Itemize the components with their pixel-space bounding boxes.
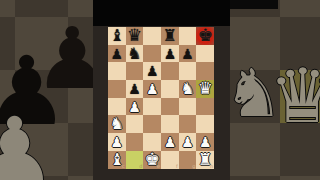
black-pawn-d5[interactable]: ♟ [128, 82, 141, 96]
letterbox-bar [93, 0, 230, 26]
square-h4[interactable] [196, 98, 214, 116]
white-pawn-c2[interactable]: ♟ [111, 135, 124, 149]
square-e7[interactable] [143, 45, 161, 63]
square-g6[interactable] [179, 62, 197, 80]
bg-square [15, 17, 68, 70]
square-c4[interactable] [108, 98, 126, 116]
square-c8[interactable]: ♝ [108, 27, 126, 45]
square-f2[interactable]: ♟ [161, 133, 179, 151]
video-frame: ♟♟♟♞♛ ♝♛♜♚♟♞♟♟♟♟♟♞♛♟♞♟♟♟♟♝cd♚efg♜h [0, 0, 320, 180]
bg-highlight-square [280, 70, 320, 123]
square-g8[interactable] [179, 27, 197, 45]
square-f5[interactable] [161, 80, 179, 98]
square-h7[interactable] [196, 45, 214, 63]
bg-square [0, 70, 15, 123]
bg-square [227, 70, 280, 123]
square-d4[interactable]: ♟ [126, 98, 144, 116]
square-h2[interactable]: ♟ [196, 133, 214, 151]
bg-square [0, 17, 15, 70]
black-king-h8[interactable]: ♚ [198, 27, 213, 44]
square-g1[interactable]: g [179, 151, 197, 169]
bg-square [15, 0, 68, 17]
video-strip: ♝♛♜♚♟♞♟♟♟♟♟♞♛♟♞♟♟♟♟♝cd♚efg♜h [93, 0, 230, 180]
black-pawn-e6[interactable]: ♟ [146, 64, 159, 78]
bg-square [0, 0, 15, 17]
square-d8[interactable]: ♛ [126, 27, 144, 45]
white-pawn-d4[interactable]: ♟ [128, 100, 141, 114]
square-c5[interactable] [108, 80, 126, 98]
square-e2[interactable] [143, 133, 161, 151]
bg-square [0, 176, 15, 180]
black-pawn-g7[interactable]: ♟ [181, 47, 194, 61]
square-g7[interactable]: ♟ [179, 45, 197, 63]
white-pawn-g2[interactable]: ♟ [181, 135, 194, 149]
square-h8[interactable]: ♚ [196, 27, 214, 45]
file-label-e: e [157, 163, 160, 169]
square-e4[interactable] [143, 98, 161, 116]
file-label-c: c [122, 163, 125, 169]
bg-square [227, 176, 280, 180]
square-h1[interactable]: ♜h [196, 151, 214, 169]
square-g2[interactable]: ♟ [179, 133, 197, 151]
square-c2[interactable]: ♟ [108, 133, 126, 151]
square-g4[interactable] [179, 98, 197, 116]
chess-board[interactable]: ♝♛♜♚♟♞♟♟♟♟♟♞♛♟♞♟♟♟♟♝cd♚efg♜h [108, 27, 214, 169]
bg-square [15, 123, 68, 176]
square-e5[interactable]: ♟ [143, 80, 161, 98]
square-c1[interactable]: ♝c [108, 151, 126, 169]
square-f8[interactable]: ♜ [161, 27, 179, 45]
white-knight-c3[interactable]: ♞ [110, 116, 124, 132]
white-pawn-e5[interactable]: ♟ [146, 82, 159, 96]
white-pawn-h2[interactable]: ♟ [199, 135, 212, 149]
file-label-d: d [139, 163, 142, 169]
bg-square [15, 176, 68, 180]
bg-square [227, 123, 280, 176]
square-e6[interactable]: ♟ [143, 62, 161, 80]
black-rook-f8[interactable]: ♜ [163, 28, 177, 44]
square-e8[interactable] [143, 27, 161, 45]
square-g3[interactable] [179, 115, 197, 133]
square-c6[interactable] [108, 62, 126, 80]
black-queen-d8[interactable]: ♛ [127, 27, 142, 44]
square-f7[interactable]: ♟ [161, 45, 179, 63]
square-d3[interactable] [126, 115, 144, 133]
square-g5[interactable]: ♞ [179, 80, 197, 98]
square-c3[interactable]: ♞ [108, 115, 126, 133]
file-label-g: g [192, 163, 195, 169]
square-d6[interactable] [126, 62, 144, 80]
square-f4[interactable] [161, 98, 179, 116]
white-queen-h5[interactable]: ♛ [198, 80, 213, 97]
black-pawn-f7[interactable]: ♟ [164, 47, 177, 61]
bg-square [15, 70, 68, 123]
black-bishop-c8[interactable]: ♝ [110, 28, 124, 44]
bg-square [227, 17, 280, 70]
bg-square [280, 0, 320, 17]
square-f3[interactable] [161, 115, 179, 133]
square-f6[interactable] [161, 62, 179, 80]
square-f1[interactable]: f [161, 151, 179, 169]
square-d1[interactable]: d [126, 151, 144, 169]
file-label-h: h [210, 163, 213, 169]
square-c7[interactable]: ♟ [108, 45, 126, 63]
black-pawn-c7[interactable]: ♟ [111, 47, 124, 61]
square-e1[interactable]: ♚e [143, 151, 161, 169]
square-d7[interactable]: ♞ [126, 45, 144, 63]
bg-letterbox-fragment [230, 0, 278, 9]
square-h6[interactable] [196, 62, 214, 80]
white-pawn-f2[interactable]: ♟ [164, 135, 177, 149]
square-d5[interactable]: ♟ [126, 80, 144, 98]
bg-square [280, 123, 320, 176]
square-h5[interactable]: ♛ [196, 80, 214, 98]
square-e3[interactable] [143, 115, 161, 133]
file-label-f: f [176, 163, 178, 169]
bg-square [0, 123, 15, 176]
white-knight-g5[interactable]: ♞ [180, 81, 194, 97]
bg-square [280, 17, 320, 70]
square-h3[interactable] [196, 115, 214, 133]
black-knight-d7[interactable]: ♞ [127, 46, 141, 62]
bg-square [280, 176, 320, 180]
square-d2[interactable] [126, 133, 144, 151]
